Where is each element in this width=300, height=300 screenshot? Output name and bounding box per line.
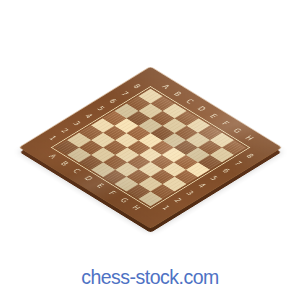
coord-rank-right-6: 6 <box>220 168 229 174</box>
square-h4 <box>174 170 198 185</box>
square-h5 <box>186 162 210 177</box>
coord-file-far-f: F <box>221 121 230 126</box>
coord-rank-right-1: 1 <box>161 205 170 211</box>
square-c1 <box>79 155 103 170</box>
board-scene: AA11BB22CC33DD44EE55FF66GG77HH88 <box>0 0 300 300</box>
coord-file-far-c: C <box>184 99 194 105</box>
coord-file-near-g: G <box>119 198 129 204</box>
square-b1 <box>67 148 91 163</box>
coord-rank-left-1: 1 <box>48 136 57 142</box>
square-h3 <box>162 177 186 192</box>
square-f1 <box>115 177 139 192</box>
square-g1 <box>127 184 151 199</box>
coord-rank-left-7: 7 <box>119 91 128 97</box>
square-g4 <box>162 162 186 177</box>
square-d3 <box>115 148 139 163</box>
coord-rank-right-8: 8 <box>244 154 253 160</box>
coord-rank-right-5: 5 <box>208 176 217 182</box>
square-f5 <box>162 148 186 163</box>
coord-file-near-f: F <box>107 191 116 196</box>
coord-rank-left-8: 8 <box>131 84 140 90</box>
coord-file-near-e: E <box>95 183 104 189</box>
coord-file-far-b: B <box>172 91 182 97</box>
coord-rank-left-4: 4 <box>83 113 92 119</box>
square-e2 <box>115 162 139 177</box>
square-g2 <box>139 177 163 192</box>
square-f3 <box>139 162 163 177</box>
square-g6 <box>186 148 210 163</box>
square-g3 <box>151 170 175 185</box>
coord-rank-right-7: 7 <box>232 161 241 167</box>
coord-file-near-a: A <box>47 154 57 160</box>
coord-rank-left-2: 2 <box>59 128 68 134</box>
square-e1 <box>103 170 127 185</box>
coord-file-near-b: B <box>59 161 69 167</box>
product-photo: AA11BB22CC33DD44EE55FF66GG77HH88 chess-s… <box>0 0 300 300</box>
coord-file-far-g: G <box>232 128 242 134</box>
square-h1 <box>139 192 163 207</box>
board-frame: AA11BB22CC33DD44EE55FF66GG77HH88 <box>20 67 282 228</box>
square-h7 <box>210 148 234 163</box>
coord-rank-right-4: 4 <box>196 183 205 189</box>
watermark-text: chess-stock.com <box>81 266 219 289</box>
square-c2 <box>91 148 115 163</box>
coord-file-near-c: C <box>71 168 81 174</box>
square-e4 <box>139 148 163 163</box>
square-f2 <box>127 170 151 185</box>
coord-file-near-d: D <box>83 176 93 182</box>
square-d1 <box>91 162 115 177</box>
square-h6 <box>198 155 222 170</box>
coord-file-far-a: A <box>161 84 171 90</box>
coord-file-far-e: E <box>208 114 217 120</box>
square-f4 <box>151 155 175 170</box>
coord-file-far-d: D <box>196 106 206 112</box>
square-h2 <box>151 184 175 199</box>
coord-rank-right-2: 2 <box>173 198 182 204</box>
coord-rank-left-6: 6 <box>107 99 116 105</box>
coord-rank-left-5: 5 <box>95 106 104 112</box>
square-e3 <box>127 155 151 170</box>
coord-rank-right-3: 3 <box>185 190 194 196</box>
square-g5 <box>174 155 198 170</box>
coord-file-far-h: H <box>244 135 254 141</box>
coord-rank-left-3: 3 <box>71 121 80 127</box>
coord-file-near-h: H <box>131 205 141 211</box>
square-d2 <box>103 155 127 170</box>
chess-board: AA11BB22CC33DD44EE55FF66GG77HH88 <box>20 67 282 228</box>
